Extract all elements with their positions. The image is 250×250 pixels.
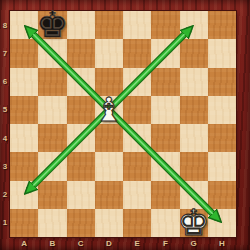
square-e5[interactable] [123, 96, 151, 124]
rank-label-6: 6 [0, 68, 10, 96]
square-d2[interactable] [95, 181, 123, 209]
square-f6[interactable] [151, 68, 179, 96]
square-f8[interactable] [151, 11, 179, 39]
rank-labels: 87654321 [0, 11, 10, 237]
square-e4[interactable] [123, 124, 151, 152]
square-h5[interactable] [208, 96, 236, 124]
square-c5[interactable] [67, 96, 95, 124]
square-g3[interactable] [180, 152, 208, 180]
square-b3[interactable] [38, 152, 66, 180]
rank-label-5: 5 [0, 96, 10, 124]
rank-label-1: 1 [0, 209, 10, 237]
chess-diagram: 87654321 ABCDEFGH ♚♝♚ [0, 0, 250, 250]
square-b5[interactable] [38, 96, 66, 124]
square-b2[interactable] [38, 181, 66, 209]
rank-label-7: 7 [0, 39, 10, 67]
file-label-f: F [151, 236, 179, 250]
square-f4[interactable] [151, 124, 179, 152]
square-h2[interactable] [208, 181, 236, 209]
chess-board: ♚♝♚ [10, 11, 236, 237]
square-b1[interactable] [38, 209, 66, 237]
square-c8[interactable] [67, 11, 95, 39]
file-label-a: A [10, 236, 38, 250]
file-label-c: C [67, 236, 95, 250]
square-g4[interactable] [180, 124, 208, 152]
square-a3[interactable] [10, 152, 38, 180]
square-h8[interactable] [208, 11, 236, 39]
square-a4[interactable] [10, 124, 38, 152]
square-h6[interactable] [208, 68, 236, 96]
square-g5[interactable] [180, 96, 208, 124]
square-g6[interactable] [180, 68, 208, 96]
file-label-b: B [38, 236, 66, 250]
square-a8[interactable] [10, 11, 38, 39]
square-f1[interactable] [151, 209, 179, 237]
square-b4[interactable] [38, 124, 66, 152]
rank-label-8: 8 [0, 11, 10, 39]
square-e1[interactable] [123, 209, 151, 237]
square-c1[interactable] [67, 209, 95, 237]
square-a7[interactable] [10, 39, 38, 67]
square-a5[interactable] [10, 96, 38, 124]
rank-label-2: 2 [0, 181, 10, 209]
square-d3[interactable] [95, 152, 123, 180]
square-b6[interactable] [38, 68, 66, 96]
file-label-d: D [95, 236, 123, 250]
square-f7[interactable] [151, 39, 179, 67]
square-e8[interactable] [123, 11, 151, 39]
square-h7[interactable] [208, 39, 236, 67]
square-g8[interactable] [180, 11, 208, 39]
square-f2[interactable] [151, 181, 179, 209]
square-c4[interactable] [67, 124, 95, 152]
square-c2[interactable] [67, 181, 95, 209]
square-a6[interactable] [10, 68, 38, 96]
square-e7[interactable] [123, 39, 151, 67]
square-e2[interactable] [123, 181, 151, 209]
square-f3[interactable] [151, 152, 179, 180]
square-a1[interactable] [10, 209, 38, 237]
square-e6[interactable] [123, 68, 151, 96]
square-h4[interactable] [208, 124, 236, 152]
square-f5[interactable] [151, 96, 179, 124]
square-c7[interactable] [67, 39, 95, 67]
square-a2[interactable] [10, 181, 38, 209]
file-label-h: H [208, 236, 236, 250]
black-king[interactable]: ♚ [38, 11, 66, 39]
square-c6[interactable] [67, 68, 95, 96]
file-label-e: E [123, 236, 151, 250]
square-e3[interactable] [123, 152, 151, 180]
white-king[interactable]: ♚ [180, 209, 208, 237]
rank-label-3: 3 [0, 152, 10, 180]
white-bishop[interactable]: ♝ [95, 96, 123, 124]
square-d8[interactable] [95, 11, 123, 39]
square-h3[interactable] [208, 152, 236, 180]
square-c3[interactable] [67, 152, 95, 180]
square-d7[interactable] [95, 39, 123, 67]
square-h1[interactable] [208, 209, 236, 237]
square-g7[interactable] [180, 39, 208, 67]
square-d1[interactable] [95, 209, 123, 237]
rank-label-4: 4 [0, 124, 10, 152]
